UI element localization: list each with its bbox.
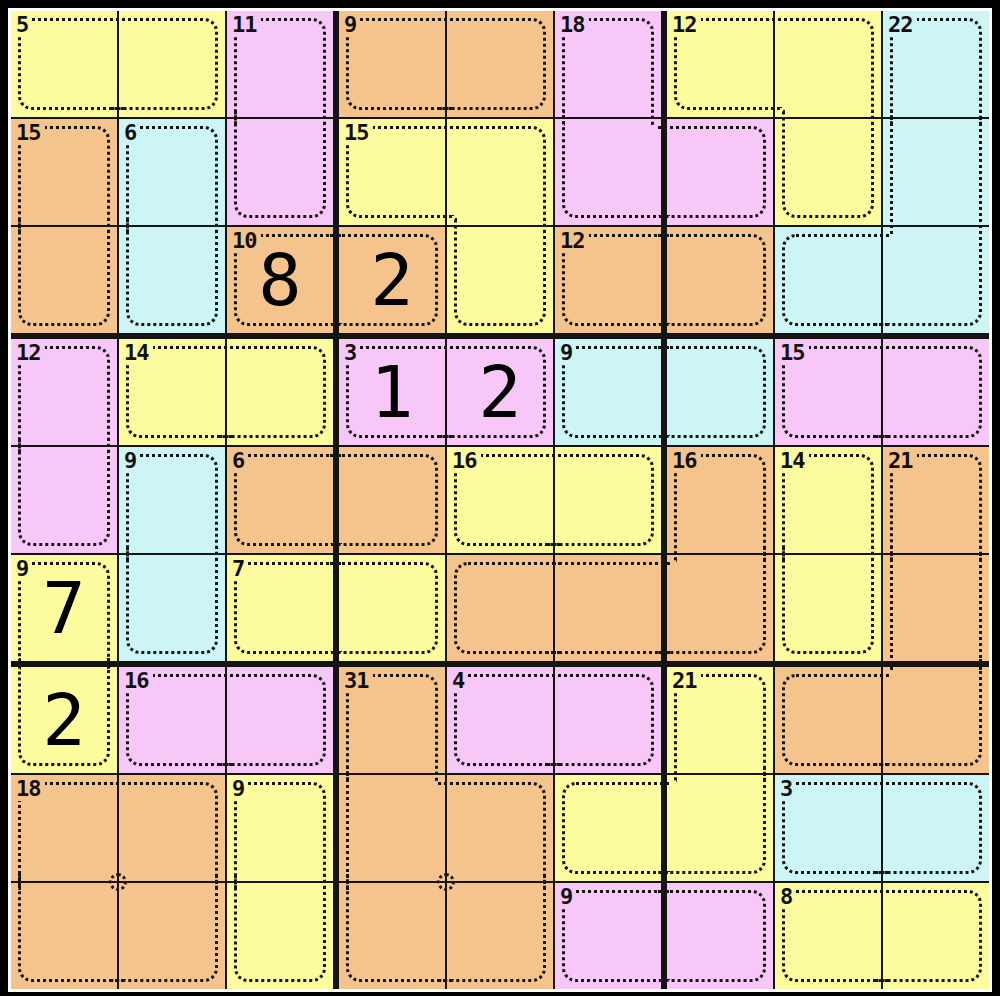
given-digit: 2 <box>11 667 117 773</box>
cell-r6c6[interactable] <box>555 555 661 661</box>
cage-border <box>438 874 546 982</box>
cell-r6c4[interactable] <box>339 555 445 661</box>
cell-r5c6[interactable] <box>555 447 661 553</box>
cage-sum: 14 <box>123 340 153 365</box>
cell-r4c7[interactable] <box>667 339 773 445</box>
cell-r5c5[interactable]: 16 <box>447 447 553 553</box>
cage-sum: 12 <box>15 340 45 365</box>
cell-r6c7[interactable] <box>667 555 773 661</box>
cage-sum: 10 <box>231 228 261 253</box>
cage-sum: 18 <box>559 12 589 37</box>
cell-r1c7[interactable]: 12 <box>667 11 773 117</box>
cell-r3c1[interactable] <box>11 227 117 333</box>
cage-border <box>234 874 326 982</box>
cell-r1c9[interactable]: 22 <box>883 11 989 117</box>
cage-sum: 21 <box>887 448 917 473</box>
cell-r1c8[interactable] <box>775 11 881 117</box>
cell-r3c8[interactable] <box>775 227 881 333</box>
cell-r9c2[interactable] <box>119 883 225 989</box>
cage-sum: 6 <box>123 120 140 145</box>
cell-r5c3[interactable]: 6 <box>227 447 333 553</box>
cage-border <box>18 658 110 766</box>
cell-r8c2[interactable] <box>119 775 225 881</box>
cage-sum: 21 <box>671 668 701 693</box>
cage-border <box>782 890 890 982</box>
cell-r2c7[interactable] <box>667 119 773 225</box>
cage-border <box>658 346 766 438</box>
cell-r9c3[interactable] <box>227 883 333 989</box>
cage-sum: 8 <box>779 884 796 909</box>
cell-r7c6[interactable] <box>555 667 661 773</box>
cell-r1c3[interactable]: 11 <box>227 11 333 117</box>
cell-r9c7[interactable] <box>667 883 773 989</box>
cage-border <box>562 110 670 218</box>
cell-r4c3[interactable] <box>227 339 333 445</box>
cell-r4c4[interactable]: 31 <box>339 339 445 445</box>
cage-border <box>18 18 126 110</box>
cell-r4c5[interactable]: 2 <box>447 339 553 445</box>
cage-sum: 9 <box>559 884 576 909</box>
cage-border <box>438 782 546 890</box>
cell-r8c9[interactable] <box>883 775 989 881</box>
cell-r8c7[interactable] <box>667 775 773 881</box>
cage-border <box>546 562 670 654</box>
given-digit: 2 <box>339 227 445 333</box>
cell-r7c7[interactable]: 21 <box>667 667 773 773</box>
cell-r7c4[interactable]: 31 <box>339 667 445 773</box>
cell-r5c8[interactable]: 14 <box>775 447 881 553</box>
cell-r9c8[interactable]: 8 <box>775 883 881 989</box>
cell-r3c9[interactable] <box>883 227 989 333</box>
cage-border <box>18 438 110 546</box>
cage-border <box>874 782 982 874</box>
cage-sum: 14 <box>779 448 809 473</box>
cage-sum: 9 <box>231 776 248 801</box>
cage-sum: 31 <box>343 668 373 693</box>
cage-sum: 4 <box>451 668 468 693</box>
cage-border <box>874 890 982 982</box>
cell-r9c5[interactable] <box>447 883 553 989</box>
cell-r2c4[interactable]: 15 <box>339 119 445 225</box>
cage-sum: 9 <box>123 448 140 473</box>
cage-border <box>346 346 454 438</box>
cell-r3c2[interactable] <box>119 227 225 333</box>
cage-border <box>658 234 766 326</box>
cage-border <box>454 674 562 766</box>
cage-border <box>890 546 982 670</box>
cell-r8c8[interactable]: 3 <box>775 775 881 881</box>
cell-r8c3[interactable]: 9 <box>227 775 333 881</box>
cage-border <box>234 454 342 546</box>
cage-border <box>234 562 342 654</box>
cell-r4c1[interactable]: 12 <box>11 339 117 445</box>
cage-border <box>438 18 546 110</box>
cell-r6c5[interactable] <box>447 555 553 661</box>
cage-border <box>546 454 654 546</box>
cage-border <box>110 782 218 890</box>
cage-border <box>234 110 326 218</box>
cage-border <box>874 218 982 326</box>
cage-border <box>658 126 766 218</box>
cell-r8c4[interactable] <box>339 775 445 881</box>
cage-border <box>110 18 218 110</box>
cell-r7c9[interactable] <box>883 667 989 773</box>
cell-r5c4[interactable] <box>339 447 445 553</box>
cell-r1c1[interactable]: 5 <box>11 11 117 117</box>
cage-border <box>782 674 890 766</box>
cell-r2c8[interactable] <box>775 119 881 225</box>
cell-r7c3[interactable] <box>227 667 333 773</box>
cell-r1c4[interactable]: 9 <box>339 11 445 117</box>
cell-r9c1[interactable] <box>11 883 117 989</box>
cage-sum: 6 <box>231 448 248 473</box>
cage-border <box>890 110 982 234</box>
cage-border <box>346 766 454 890</box>
cell-r9c4[interactable] <box>339 883 445 989</box>
cage-border <box>110 874 218 982</box>
cell-r3c4[interactable]: 2 <box>339 227 445 333</box>
cage-border <box>782 110 874 218</box>
cage-border <box>346 874 454 982</box>
cell-r5c7[interactable]: 16 <box>667 447 773 553</box>
cell-r5c2[interactable]: 9 <box>119 447 225 553</box>
cell-r6c1[interactable]: 97 <box>11 555 117 661</box>
cell-r4c9[interactable] <box>883 339 989 445</box>
cell-r1c5[interactable] <box>447 11 553 117</box>
cage-border <box>438 346 546 438</box>
cage-border <box>782 546 874 654</box>
puzzle-frame: 5119181222156151082121214312915961616142… <box>0 0 1000 996</box>
cage-sum: 12 <box>559 228 589 253</box>
cell-r6c9[interactable] <box>883 555 989 661</box>
cage-border <box>658 766 766 874</box>
cage-border <box>18 218 110 326</box>
cell-r1c6[interactable]: 18 <box>555 11 661 117</box>
cage-border <box>126 546 218 654</box>
cage-border <box>562 890 670 982</box>
cage-sum: 3 <box>779 776 796 801</box>
cell-r4c6[interactable]: 9 <box>555 339 661 445</box>
cell-r2c5[interactable] <box>447 119 553 225</box>
cage-sum: 15 <box>15 120 45 145</box>
cell-r8c1[interactable]: 18 <box>11 775 117 881</box>
given-digit: 2 <box>447 339 553 445</box>
cage-border <box>330 234 438 326</box>
cage-border <box>874 658 982 766</box>
cage-sum: 15 <box>343 120 373 145</box>
cage-border <box>562 782 670 874</box>
cell-r8c6[interactable] <box>555 775 661 881</box>
cell-r6c2[interactable] <box>119 555 225 661</box>
cell-r6c8[interactable] <box>775 555 881 661</box>
cell-r4c8[interactable]: 15 <box>775 339 881 445</box>
cell-r7c2[interactable]: 16 <box>119 667 225 773</box>
cage-border <box>874 346 982 438</box>
cell-r7c5[interactable]: 4 <box>447 667 553 773</box>
cell-r2c2[interactable]: 6 <box>119 119 225 225</box>
cage-sum: 9 <box>343 12 360 37</box>
cell-r1c2[interactable] <box>119 11 225 117</box>
cell-r9c9[interactable] <box>883 883 989 989</box>
cage-sum: 11 <box>231 12 261 37</box>
cage-border <box>438 126 546 234</box>
cage-border <box>126 218 218 326</box>
cage-sum: 9 <box>15 556 32 581</box>
cell-r3c5[interactable] <box>447 227 553 333</box>
cell-r7c1[interactable]: 2 <box>11 667 117 773</box>
cage-border <box>454 562 562 654</box>
cell-r2c6[interactable] <box>555 119 661 225</box>
cell-r5c9[interactable]: 21 <box>883 447 989 553</box>
cage-sum: 12 <box>671 12 701 37</box>
cell-r9c6[interactable]: 9 <box>555 883 661 989</box>
cell-r8c5[interactable] <box>447 775 553 881</box>
cage-border <box>782 782 890 874</box>
cage-border <box>330 454 438 546</box>
cell-r6c3[interactable]: 7 <box>227 555 333 661</box>
cell-r3c7[interactable] <box>667 227 773 333</box>
cell-r7c8[interactable] <box>775 667 881 773</box>
cage-border <box>218 674 326 766</box>
cage-border <box>658 890 766 982</box>
cage-border <box>218 346 326 438</box>
cage-border <box>766 18 874 126</box>
cage-border <box>546 674 654 766</box>
cage-border <box>330 562 438 654</box>
cell-r5c1[interactable] <box>11 447 117 553</box>
cell-r2c9[interactable] <box>883 119 989 225</box>
cage-border <box>782 234 890 326</box>
cage-sum: 7 <box>231 556 248 581</box>
cell-r4c2[interactable]: 14 <box>119 339 225 445</box>
cell-r2c1[interactable]: 15 <box>11 119 117 225</box>
cage-sum: 16 <box>451 448 481 473</box>
cage-sum: 3 <box>343 340 360 365</box>
cell-r3c3[interactable]: 108 <box>227 227 333 333</box>
cage-sum: 15 <box>779 340 809 365</box>
cage-border <box>562 346 670 438</box>
cage-border <box>658 546 766 654</box>
cage-sum: 16 <box>123 668 153 693</box>
cell-r2c3[interactable] <box>227 119 333 225</box>
cage-border <box>454 218 546 326</box>
cell-r3c6[interactable]: 12 <box>555 227 661 333</box>
cage-sum: 18 <box>15 776 45 801</box>
cage-sum: 16 <box>671 448 701 473</box>
cage-border <box>346 18 454 110</box>
cage-border <box>18 874 126 982</box>
board: 5119181222156151082121214312915961616142… <box>11 11 989 989</box>
cage-sum: 9 <box>559 340 576 365</box>
cage-sum: 5 <box>15 12 32 37</box>
cage-sum: 22 <box>887 12 917 37</box>
